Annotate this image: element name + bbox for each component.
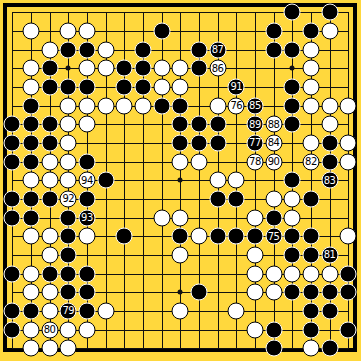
stone-black[interactable] — [153, 97, 170, 114]
stone-white[interactable] — [284, 209, 301, 226]
stone-black[interactable] — [302, 190, 319, 207]
stone-black[interactable]: 87 — [209, 41, 226, 58]
stone-black[interactable] — [302, 302, 319, 319]
stone-black[interactable] — [4, 153, 21, 170]
stone-black[interactable] — [321, 153, 338, 170]
stone-black[interactable] — [302, 321, 319, 338]
stone-white[interactable] — [153, 60, 170, 77]
stone-white[interactable] — [41, 41, 58, 58]
stone-white[interactable] — [228, 172, 245, 189]
stone-black[interactable] — [321, 284, 338, 301]
stone-white[interactable] — [60, 22, 77, 39]
stone-black[interactable] — [4, 134, 21, 151]
stone-white[interactable] — [340, 228, 357, 245]
stone-black[interactable] — [4, 190, 21, 207]
stone-white[interactable] — [302, 134, 319, 151]
stone-black[interactable] — [172, 116, 189, 133]
stone-white[interactable] — [321, 265, 338, 282]
stone-white[interactable] — [302, 60, 319, 77]
stone-white[interactable] — [41, 172, 58, 189]
stone-black[interactable] — [116, 60, 133, 77]
stone-black[interactable] — [153, 22, 170, 39]
stone-black[interactable] — [246, 228, 263, 245]
stone-black[interactable] — [22, 190, 39, 207]
stone-black[interactable] — [60, 246, 77, 263]
stone-black[interactable] — [22, 116, 39, 133]
stone-white[interactable]: 86 — [209, 60, 226, 77]
stone-black[interactable] — [265, 340, 282, 357]
stone-white[interactable] — [41, 153, 58, 170]
stone-black[interactable] — [209, 134, 226, 151]
stone-white[interactable] — [60, 340, 77, 357]
stone-black[interactable] — [284, 172, 301, 189]
stone-white[interactable] — [41, 302, 58, 319]
stone-white[interactable] — [60, 134, 77, 151]
stone-black[interactable] — [60, 209, 77, 226]
stone-white[interactable] — [78, 22, 95, 39]
stone-white[interactable]: 92 — [60, 190, 77, 207]
stone-white[interactable] — [265, 284, 282, 301]
stone-black[interactable] — [284, 4, 301, 21]
stone-black[interactable] — [60, 78, 77, 95]
move-number-label: 93 — [81, 213, 93, 223]
stone-white[interactable] — [78, 116, 95, 133]
stone-black[interactable] — [22, 302, 39, 319]
stone-white[interactable] — [78, 228, 95, 245]
stone-white[interactable] — [172, 60, 189, 77]
stone-black[interactable] — [22, 134, 39, 151]
stone-black[interactable] — [78, 284, 95, 301]
stone-black[interactable] — [41, 134, 58, 151]
stone-white[interactable] — [302, 97, 319, 114]
stone-white[interactable] — [116, 97, 133, 114]
stone-black[interactable] — [60, 284, 77, 301]
move-number-label: 85 — [249, 101, 261, 111]
stone-black[interactable] — [209, 190, 226, 207]
move-number-label: 90 — [268, 157, 280, 167]
stone-black[interactable] — [228, 190, 245, 207]
stone-white[interactable] — [284, 265, 301, 282]
move-number-label: 77 — [249, 138, 261, 148]
star-point — [290, 66, 295, 71]
stone-black[interactable] — [78, 78, 95, 95]
stone-black[interactable] — [321, 302, 338, 319]
stone-black[interactable] — [22, 153, 39, 170]
stone-black[interactable] — [60, 228, 77, 245]
stone-black[interactable] — [302, 228, 319, 245]
move-number-label: 80 — [44, 325, 56, 335]
stone-white[interactable] — [265, 265, 282, 282]
stone-white[interactable] — [321, 116, 338, 133]
move-number-label: 86 — [212, 63, 224, 73]
stone-white[interactable] — [22, 60, 39, 77]
stone-white[interactable] — [321, 97, 338, 114]
stone-black[interactable] — [284, 228, 301, 245]
stone-white[interactable]: 94 — [78, 172, 95, 189]
stone-black[interactable] — [41, 265, 58, 282]
stone-black[interactable] — [228, 228, 245, 245]
stone-white[interactable] — [60, 321, 77, 338]
stone-black[interactable] — [321, 340, 338, 357]
move-number-label: 81 — [324, 250, 336, 260]
stone-white[interactable] — [302, 265, 319, 282]
stone-white[interactable]: 88 — [265, 116, 282, 133]
stone-black[interactable] — [172, 97, 189, 114]
stone-white[interactable] — [78, 321, 95, 338]
move-number-label: 88 — [268, 119, 280, 129]
stone-black[interactable] — [116, 78, 133, 95]
stone-black[interactable] — [4, 302, 21, 319]
stone-black[interactable] — [172, 134, 189, 151]
stone-black[interactable] — [78, 190, 95, 207]
stone-black[interactable]: 91 — [228, 78, 245, 95]
stone-white[interactable] — [190, 228, 207, 245]
stone-black[interactable] — [190, 284, 207, 301]
move-number-label: 87 — [212, 45, 224, 55]
stone-white[interactable] — [172, 246, 189, 263]
stone-white[interactable] — [78, 60, 95, 77]
stone-black[interactable]: 85 — [246, 97, 263, 114]
stone-black[interactable] — [22, 97, 39, 114]
stone-white[interactable]: 84 — [265, 134, 282, 151]
star-point — [178, 290, 183, 295]
stone-white[interactable] — [246, 246, 263, 263]
stone-white[interactable]: 78 — [246, 153, 263, 170]
stone-white[interactable] — [22, 321, 39, 338]
stone-black[interactable] — [209, 116, 226, 133]
stone-white[interactable] — [22, 340, 39, 357]
stone-white[interactable] — [209, 97, 226, 114]
stone-black[interactable] — [321, 4, 338, 21]
stone-black[interactable] — [284, 116, 301, 133]
stone-white[interactable] — [22, 22, 39, 39]
stone-white[interactable] — [41, 340, 58, 357]
stone-black[interactable] — [60, 41, 77, 58]
stone-black[interactable] — [134, 41, 151, 58]
move-number-label: 76 — [230, 101, 242, 111]
stone-black[interactable] — [284, 41, 301, 58]
stone-white[interactable] — [134, 97, 151, 114]
stone-white[interactable]: 80 — [41, 321, 58, 338]
stone-black[interactable]: 79 — [60, 302, 77, 319]
stone-black[interactable] — [22, 209, 39, 226]
stone-black[interactable] — [265, 41, 282, 58]
stone-black[interactable]: 81 — [321, 246, 338, 263]
stone-white[interactable] — [60, 116, 77, 133]
stone-white[interactable] — [340, 153, 357, 170]
stone-white[interactable] — [172, 209, 189, 226]
stone-black[interactable]: 93 — [78, 209, 95, 226]
stone-white[interactable]: 90 — [265, 153, 282, 170]
stone-black[interactable]: 89 — [246, 116, 263, 133]
stone-black[interactable]: 75 — [265, 228, 282, 245]
stone-white[interactable] — [172, 153, 189, 170]
stone-black[interactable] — [4, 321, 21, 338]
stone-black[interactable] — [302, 22, 319, 39]
stone-white[interactable] — [60, 97, 77, 114]
stone-white[interactable] — [321, 22, 338, 39]
stone-white[interactable] — [22, 172, 39, 189]
move-number-label: 94 — [81, 175, 93, 185]
stone-black[interactable] — [116, 228, 133, 245]
stone-white[interactable] — [302, 340, 319, 357]
stone-black[interactable] — [41, 60, 58, 77]
stone-black[interactable] — [284, 78, 301, 95]
move-number-label: 92 — [62, 194, 74, 204]
stone-black[interactable] — [78, 265, 95, 282]
stone-black[interactable] — [302, 246, 319, 263]
stone-black[interactable] — [284, 284, 301, 301]
move-number-label: 84 — [268, 138, 280, 148]
move-number-label: 82 — [305, 157, 317, 167]
stone-black[interactable] — [265, 321, 282, 338]
stone-white[interactable] — [97, 41, 114, 58]
stone-white[interactable] — [97, 302, 114, 319]
stone-black[interactable] — [321, 134, 338, 151]
stone-black[interactable] — [284, 246, 301, 263]
stone-white[interactable] — [209, 172, 226, 189]
stone-white[interactable] — [41, 246, 58, 263]
stone-black[interactable] — [4, 209, 21, 226]
stone-white[interactable] — [172, 78, 189, 95]
stone-black[interactable] — [41, 116, 58, 133]
stone-white[interactable] — [246, 209, 263, 226]
stone-black[interactable] — [340, 321, 357, 338]
stone-black[interactable] — [190, 41, 207, 58]
stone-white[interactable] — [172, 302, 189, 319]
stone-white[interactable] — [22, 228, 39, 245]
stone-black[interactable] — [78, 302, 95, 319]
move-number-label: 75 — [268, 231, 280, 241]
go-diagram-page: 8786917685898877847890829483929375817980 — [0, 0, 361, 361]
stone-white[interactable]: 76 — [228, 97, 245, 114]
star-point — [178, 178, 183, 183]
stone-white[interactable] — [78, 97, 95, 114]
stone-black[interactable] — [78, 41, 95, 58]
stone-white[interactable] — [302, 41, 319, 58]
stone-black[interactable] — [190, 116, 207, 133]
stone-white[interactable] — [97, 97, 114, 114]
stone-white[interactable] — [265, 190, 282, 207]
stone-black[interactable] — [172, 228, 189, 245]
stone-white[interactable] — [190, 153, 207, 170]
stone-black[interactable] — [265, 22, 282, 39]
stone-white[interactable] — [60, 172, 77, 189]
stone-white[interactable] — [153, 209, 170, 226]
stone-black[interactable] — [302, 284, 319, 301]
move-number-label: 89 — [249, 119, 261, 129]
stone-white[interactable] — [246, 265, 263, 282]
stone-white[interactable] — [22, 78, 39, 95]
stone-white[interactable] — [228, 302, 245, 319]
stone-black[interactable]: 77 — [246, 134, 263, 151]
stone-white[interactable] — [22, 284, 39, 301]
stone-black[interactable] — [340, 284, 357, 301]
stone-white[interactable] — [246, 321, 263, 338]
stone-black[interactable] — [4, 265, 21, 282]
stone-white[interactable] — [97, 60, 114, 77]
stone-black[interactable] — [340, 265, 357, 282]
stone-black[interactable] — [134, 60, 151, 77]
stone-white[interactable] — [22, 265, 39, 282]
stone-black[interactable] — [190, 60, 207, 77]
stone-white[interactable] — [60, 153, 77, 170]
stone-black[interactable] — [41, 78, 58, 95]
stone-black[interactable] — [41, 190, 58, 207]
stone-white[interactable] — [246, 284, 263, 301]
stone-black[interactable] — [134, 78, 151, 95]
stone-black[interactable] — [209, 228, 226, 245]
star-point — [66, 66, 71, 71]
stone-white[interactable] — [302, 78, 319, 95]
stone-black[interactable] — [190, 134, 207, 151]
stone-black[interactable] — [265, 209, 282, 226]
stone-white[interactable] — [284, 190, 301, 207]
stone-white[interactable] — [41, 284, 58, 301]
stone-black[interactable] — [4, 116, 21, 133]
stone-black[interactable] — [78, 153, 95, 170]
go-board[interactable]: 8786917685898877847890829483929375817980 — [0, 0, 361, 361]
stone-black[interactable] — [60, 265, 77, 282]
stone-white[interactable]: 82 — [302, 153, 319, 170]
stone-black[interactable] — [97, 172, 114, 189]
move-number-label: 78 — [249, 157, 261, 167]
move-number-label: 79 — [62, 306, 74, 316]
move-number-label: 83 — [324, 175, 336, 185]
stone-white[interactable] — [340, 134, 357, 151]
stone-white[interactable] — [153, 78, 170, 95]
stone-white[interactable] — [340, 97, 357, 114]
stone-white[interactable] — [41, 228, 58, 245]
stone-black[interactable]: 83 — [321, 172, 338, 189]
stone-black[interactable] — [284, 97, 301, 114]
move-number-label: 91 — [230, 82, 242, 92]
